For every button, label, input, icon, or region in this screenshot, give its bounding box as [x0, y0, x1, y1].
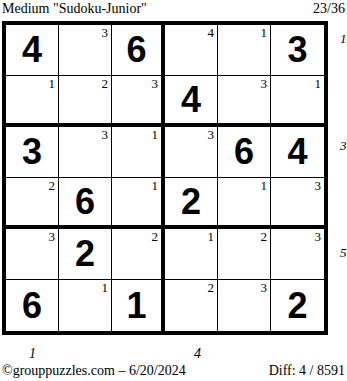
cell-r3c3[interactable]: 1	[112, 127, 165, 178]
pencil-mark: 3	[102, 127, 109, 142]
cell-r1c2[interactable]: 3	[59, 25, 112, 76]
cell-r2c3[interactable]: 3	[112, 76, 165, 127]
cell-r2c1[interactable]: 1	[6, 76, 59, 127]
pencil-mark: 3	[315, 178, 322, 193]
pencil-mark: 2	[102, 76, 109, 91]
cell-r6c1[interactable]: 6	[6, 280, 59, 331]
pencil-mark: 1	[49, 76, 56, 91]
row-label-1: 1	[340, 31, 347, 47]
given-digit: 2	[59, 229, 111, 279]
cell-r6c2[interactable]: 1	[59, 280, 112, 331]
col-label-4: 4	[194, 346, 201, 362]
col-label-1: 1	[29, 346, 36, 362]
row-label-3: 3	[340, 138, 347, 154]
cell-r5c6[interactable]: 3	[271, 229, 324, 280]
pencil-mark: 3	[261, 280, 268, 295]
pencil-mark: 1	[315, 76, 322, 91]
pencil-mark: 2	[152, 229, 159, 244]
cell-r6c3[interactable]: 1	[112, 280, 165, 331]
cell-r4c6[interactable]: 3	[271, 178, 324, 229]
cell-r5c5[interactable]: 2	[218, 229, 271, 280]
given-digit: 1	[112, 280, 161, 331]
given-digit: 6	[218, 127, 270, 177]
row-label-5: 5	[340, 245, 347, 261]
footer: ©grouppuzzles.com – 6/20/2024 Diff: 4 / …	[2, 363, 345, 379]
cell-r5c1[interactable]: 3	[6, 229, 59, 280]
pencil-mark: 2	[261, 229, 268, 244]
pencil-mark: 1	[261, 178, 268, 193]
cell-r6c5[interactable]: 3	[218, 280, 271, 331]
pencil-mark: 3	[208, 127, 215, 142]
cell-r5c4[interactable]: 1	[165, 229, 218, 280]
given-digit: 6	[6, 280, 58, 331]
cell-r1c3[interactable]: 6	[112, 25, 165, 76]
pencil-mark: 3	[261, 76, 268, 91]
cell-r1c6[interactable]: 3	[271, 25, 324, 76]
cell-r4c3[interactable]: 1	[112, 178, 165, 229]
given-digit: 4	[271, 127, 324, 177]
pencil-mark: 1	[152, 127, 159, 142]
pencil-mark: 1	[152, 178, 159, 193]
cell-r3c4[interactable]: 3	[165, 127, 218, 178]
cell-r5c3[interactable]: 2	[112, 229, 165, 280]
header: Medium "Sudoku-Junior" 23/36	[2, 1, 345, 17]
cell-r2c2[interactable]: 2	[59, 76, 112, 127]
given-digit: 4	[165, 76, 217, 123]
given-digit: 2	[271, 280, 324, 331]
cell-r5c2[interactable]: 2	[59, 229, 112, 280]
pencil-mark: 3	[49, 229, 56, 244]
given-digit: 2	[165, 178, 217, 225]
given-digit: 4	[6, 25, 58, 75]
pencil-mark: 1	[208, 229, 215, 244]
cell-r3c1[interactable]: 3	[6, 127, 59, 178]
cell-r2c4[interactable]: 4	[165, 76, 218, 127]
pencil-mark: 2	[49, 178, 56, 193]
cell-r4c4[interactable]: 2	[165, 178, 218, 229]
cell-r3c2[interactable]: 3	[59, 127, 112, 178]
cell-r4c5[interactable]: 1	[218, 178, 271, 229]
cell-r2c5[interactable]: 3	[218, 76, 271, 127]
sudoku-grid: 436413123431331364261213322123611232	[2, 21, 328, 335]
cell-r1c1[interactable]: 4	[6, 25, 59, 76]
given-digit: 3	[6, 127, 58, 177]
puzzle-page: Medium "Sudoku-Junior" 23/36 43641312343…	[0, 0, 347, 381]
cell-r6c4[interactable]: 2	[165, 280, 218, 331]
pencil-mark: 2	[208, 280, 215, 295]
cell-r2c6[interactable]: 1	[271, 76, 324, 127]
pencil-mark: 3	[315, 229, 322, 244]
pencil-mark: 3	[102, 25, 109, 40]
pencil-mark: 4	[208, 25, 215, 40]
pencil-mark: 3	[152, 76, 159, 91]
cell-r4c2[interactable]: 6	[59, 178, 112, 229]
cell-r1c5[interactable]: 1	[218, 25, 271, 76]
pencil-mark: 1	[261, 25, 268, 40]
cell-r1c4[interactable]: 4	[165, 25, 218, 76]
progress-counter: 23/36	[313, 1, 345, 17]
page-title: Medium "Sudoku-Junior"	[2, 1, 147, 17]
copyright-date: ©grouppuzzles.com – 6/20/2024	[2, 363, 186, 379]
difficulty-label: Diff: 4 / 8591	[269, 363, 345, 379]
cell-r4c1[interactable]: 2	[6, 178, 59, 229]
cell-r3c5[interactable]: 6	[218, 127, 271, 178]
pencil-mark: 1	[102, 280, 109, 295]
given-digit: 6	[59, 178, 111, 225]
given-digit: 3	[271, 25, 324, 75]
given-digit: 6	[112, 25, 161, 75]
cell-r6c6[interactable]: 2	[271, 280, 324, 331]
cell-r3c6[interactable]: 4	[271, 127, 324, 178]
